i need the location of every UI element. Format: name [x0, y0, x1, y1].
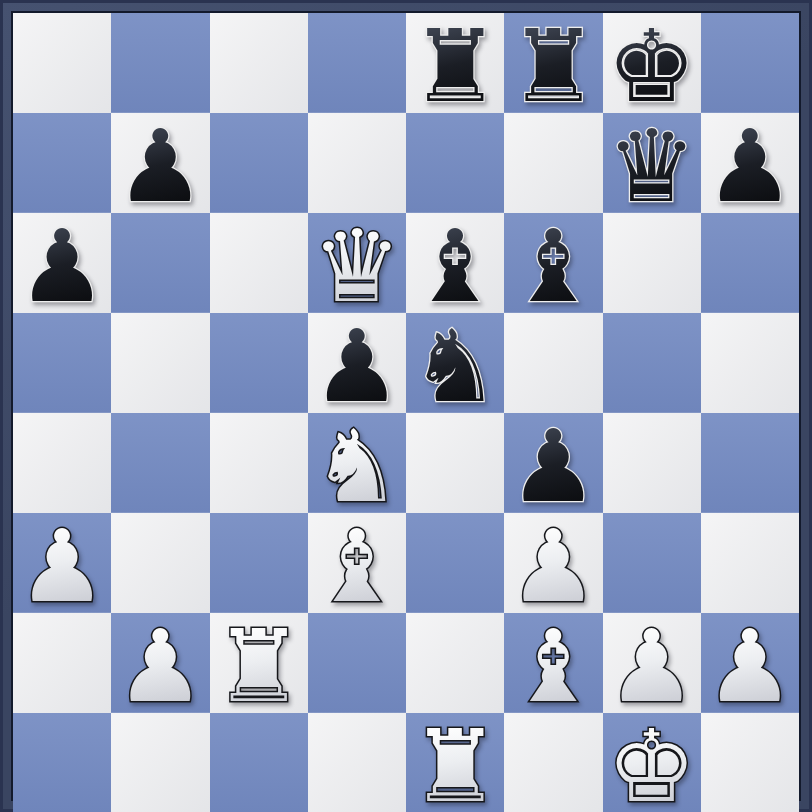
- square-d8[interactable]: [308, 13, 406, 113]
- square-c5[interactable]: [210, 313, 308, 413]
- square-g6[interactable]: [603, 213, 701, 313]
- square-a8[interactable]: [13, 13, 111, 113]
- piece-white-pawn[interactable]: ♟♟: [509, 517, 599, 617]
- square-a2[interactable]: [13, 613, 111, 713]
- square-a1[interactable]: [13, 713, 111, 812]
- square-c7[interactable]: [210, 113, 308, 213]
- square-h4[interactable]: [701, 413, 799, 513]
- square-f7[interactable]: [504, 113, 602, 213]
- piece-glyph: ♛: [312, 217, 402, 317]
- square-h3[interactable]: [701, 513, 799, 613]
- piece-black-bishop[interactable]: ♝♝: [509, 217, 599, 317]
- piece-black-pawn[interactable]: ♟♟: [116, 117, 206, 217]
- piece-glyph: ♟: [116, 117, 206, 217]
- piece-glyph: ♛: [607, 117, 697, 217]
- square-b1[interactable]: [111, 713, 209, 812]
- square-e6[interactable]: ♝♝: [406, 213, 504, 313]
- piece-glyph: ♜: [509, 17, 599, 117]
- piece-glyph: ♜: [410, 717, 500, 812]
- square-c3[interactable]: [210, 513, 308, 613]
- square-h6[interactable]: [701, 213, 799, 313]
- piece-glyph: ♜: [410, 17, 500, 117]
- square-h1[interactable]: [701, 713, 799, 812]
- square-g5[interactable]: [603, 313, 701, 413]
- chess-board: ♜♜♜♜♚♚♟♟♛♛♟♟♟♟♛♛♝♝♝♝♟♟♞♞♞♞♟♟♟♟♝♝♟♟♟♟♜♜♝♝…: [13, 13, 799, 799]
- square-e8[interactable]: ♜♜: [406, 13, 504, 113]
- square-c2[interactable]: ♜♜: [210, 613, 308, 713]
- piece-glyph: ♚: [607, 17, 697, 117]
- square-b2[interactable]: ♟♟: [111, 613, 209, 713]
- square-h8[interactable]: [701, 13, 799, 113]
- square-f5[interactable]: [504, 313, 602, 413]
- piece-black-queen[interactable]: ♛♛: [607, 117, 697, 217]
- piece-white-bishop[interactable]: ♝♝: [312, 517, 402, 617]
- square-a6[interactable]: ♟♟: [13, 213, 111, 313]
- piece-glyph: ♟: [509, 417, 599, 517]
- square-d3[interactable]: ♝♝: [308, 513, 406, 613]
- square-g4[interactable]: [603, 413, 701, 513]
- square-b6[interactable]: [111, 213, 209, 313]
- square-h2[interactable]: ♟♟: [701, 613, 799, 713]
- piece-white-knight[interactable]: ♞♞: [312, 417, 402, 517]
- piece-black-rook[interactable]: ♜♜: [509, 17, 599, 117]
- chess-board-frame: ♜♜♜♜♚♚♟♟♛♛♟♟♟♟♛♛♝♝♝♝♟♟♞♞♞♞♟♟♟♟♝♝♟♟♟♟♜♜♝♝…: [0, 0, 812, 812]
- square-f3[interactable]: ♟♟: [504, 513, 602, 613]
- square-b3[interactable]: [111, 513, 209, 613]
- square-a4[interactable]: [13, 413, 111, 513]
- square-b8[interactable]: [111, 13, 209, 113]
- piece-glyph: ♝: [410, 217, 500, 317]
- piece-glyph: ♟: [509, 517, 599, 617]
- square-h5[interactable]: [701, 313, 799, 413]
- square-e4[interactable]: [406, 413, 504, 513]
- piece-white-rook[interactable]: ♜♜: [410, 717, 500, 812]
- piece-glyph: ♟: [705, 117, 795, 217]
- square-f8[interactable]: ♜♜: [504, 13, 602, 113]
- square-a7[interactable]: [13, 113, 111, 213]
- piece-white-pawn[interactable]: ♟♟: [116, 617, 206, 717]
- square-f2[interactable]: ♝♝: [504, 613, 602, 713]
- square-a5[interactable]: [13, 313, 111, 413]
- piece-glyph: ♟: [312, 317, 402, 417]
- square-g3[interactable]: [603, 513, 701, 613]
- piece-white-king[interactable]: ♚♚: [607, 717, 697, 812]
- square-e2[interactable]: [406, 613, 504, 713]
- square-f1[interactable]: [504, 713, 602, 812]
- piece-black-pawn[interactable]: ♟♟: [17, 217, 107, 317]
- square-f4[interactable]: ♟♟: [504, 413, 602, 513]
- piece-glyph: ♟: [607, 617, 697, 717]
- piece-glyph: ♟: [17, 217, 107, 317]
- square-d7[interactable]: [308, 113, 406, 213]
- square-b5[interactable]: [111, 313, 209, 413]
- piece-glyph: ♟: [17, 517, 107, 617]
- square-e7[interactable]: [406, 113, 504, 213]
- square-a3[interactable]: ♟♟: [13, 513, 111, 613]
- square-d1[interactable]: [308, 713, 406, 812]
- piece-glyph: ♞: [410, 317, 500, 417]
- square-c4[interactable]: [210, 413, 308, 513]
- piece-white-pawn[interactable]: ♟♟: [705, 617, 795, 717]
- piece-black-knight[interactable]: ♞♞: [410, 317, 500, 417]
- square-e5[interactable]: ♞♞: [406, 313, 504, 413]
- piece-glyph: ♝: [509, 617, 599, 717]
- piece-glyph: ♝: [509, 217, 599, 317]
- square-g2[interactable]: ♟♟: [603, 613, 701, 713]
- square-e1[interactable]: ♜♜: [406, 713, 504, 812]
- piece-glyph: ♝: [312, 517, 402, 617]
- piece-glyph: ♟: [705, 617, 795, 717]
- piece-glyph: ♞: [312, 417, 402, 517]
- square-g1[interactable]: ♚♚: [603, 713, 701, 812]
- square-d6[interactable]: ♛♛: [308, 213, 406, 313]
- square-h7[interactable]: ♟♟: [701, 113, 799, 213]
- square-g7[interactable]: ♛♛: [603, 113, 701, 213]
- square-e3[interactable]: [406, 513, 504, 613]
- square-c1[interactable]: [210, 713, 308, 812]
- piece-black-rook[interactable]: ♜♜: [410, 17, 500, 117]
- square-c6[interactable]: [210, 213, 308, 313]
- piece-glyph: ♟: [116, 617, 206, 717]
- piece-black-pawn[interactable]: ♟♟: [509, 417, 599, 517]
- square-f6[interactable]: ♝♝: [504, 213, 602, 313]
- square-d2[interactable]: [308, 613, 406, 713]
- piece-white-pawn[interactable]: ♟♟: [17, 517, 107, 617]
- square-b4[interactable]: [111, 413, 209, 513]
- piece-white-pawn[interactable]: ♟♟: [607, 617, 697, 717]
- square-c8[interactable]: [210, 13, 308, 113]
- square-g8[interactable]: ♚♚: [603, 13, 701, 113]
- square-b7[interactable]: ♟♟: [111, 113, 209, 213]
- square-d4[interactable]: ♞♞: [308, 413, 406, 513]
- piece-glyph: ♚: [607, 717, 697, 812]
- piece-white-bishop[interactable]: ♝♝: [509, 617, 599, 717]
- piece-white-rook[interactable]: ♜♜: [214, 617, 304, 717]
- piece-glyph: ♜: [214, 617, 304, 717]
- piece-white-queen[interactable]: ♛♛: [312, 217, 402, 317]
- piece-black-bishop[interactable]: ♝♝: [410, 217, 500, 317]
- piece-black-pawn[interactable]: ♟♟: [705, 117, 795, 217]
- square-d5[interactable]: ♟♟: [308, 313, 406, 413]
- piece-black-pawn[interactable]: ♟♟: [312, 317, 402, 417]
- piece-black-king[interactable]: ♚♚: [607, 17, 697, 117]
